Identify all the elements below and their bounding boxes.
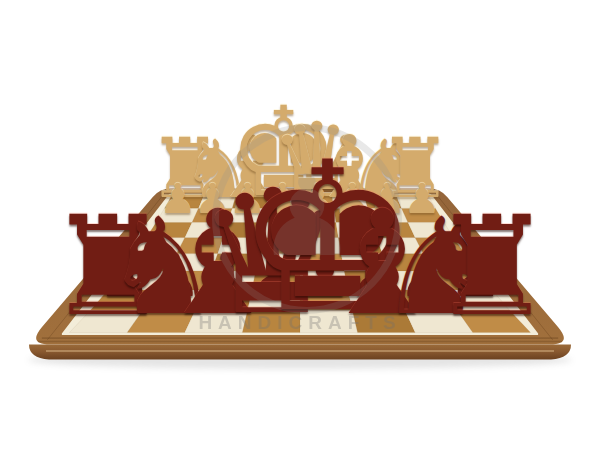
chess-set-product-photo: ♜♞♝♚♛♝♞♜♟♟♟♟♟♟♟♟♟♟♟♟♟♟♟♟♜♞♝♛♚♝♞♜ ♟ HANDI… — [0, 0, 600, 472]
piece-rR-a8[interactable]: ♜ — [431, 198, 554, 335]
